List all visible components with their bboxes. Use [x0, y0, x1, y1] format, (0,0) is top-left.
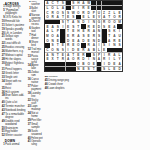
- clue-text: Lawn droplets: [48, 88, 74, 91]
- down-clue-3: 3Ballet skirt: [27, 8, 43, 14]
- across-clue-52: 52Winter coaster: [1, 135, 26, 138]
- clue-text: Pack animal: [5, 144, 26, 147]
- down-clue-48: 48Lawn droplets: [44, 88, 74, 91]
- clue-column-3: 44Suitable45Driving-range peg46Crowd che…: [44, 76, 74, 149]
- clue-column-1: ACROSS1Stage doings5"Pygmalion" playwrig…: [1, 1, 26, 149]
- black-cell: [60, 67, 65, 71]
- letter-cell[interactable]: S: [102, 67, 107, 71]
- down-clue-37: 37Small sample: [27, 124, 43, 130]
- clue-text: Double-reed woodwind: [5, 121, 26, 127]
- clue-text: Street with no outlet: [5, 81, 26, 87]
- clue-text: Operatic song: [31, 141, 43, 147]
- clue-text: Winter coaster: [5, 135, 26, 138]
- clue-text: Poker payment: [31, 86, 43, 92]
- across-clue-47: 47To a remarkable degree: [1, 114, 26, 120]
- clue-column-2: 2Skin soother3Ballet skirt4Narrow openin…: [27, 1, 43, 149]
- clue-text: Laundry line: [31, 93, 43, 99]
- down-clue-39: 39Sushi seaweed: [27, 131, 43, 137]
- clue-text: Trail mix morsel: [31, 49, 43, 55]
- crossword-grid: ACTSSHAWLOLAEIRECROSSWORDPUZZLEORATESELE…: [44, 0, 123, 72]
- down-clue-1: 1Pack animal: [1, 144, 26, 147]
- clue-text: Small sample: [31, 124, 43, 130]
- clue-text: To a remarkable degree: [5, 114, 26, 120]
- down-clue-18: 18Laundry line: [27, 93, 43, 99]
- across-clue-49: 49Double-reed woodwind: [1, 121, 26, 127]
- letter-cell[interactable]: T: [91, 67, 96, 71]
- black-cell: [66, 67, 71, 71]
- clue-column-5: [110, 76, 148, 149]
- letter-cell[interactable]: D: [117, 67, 122, 71]
- clue-column-4: [77, 76, 107, 149]
- clue-text: Ballet skirt: [31, 8, 43, 14]
- crossword-page: { "game": "crossword", "grid": { "rows":…: [0, 0, 150, 150]
- clue-text: Sushi seaweed: [31, 131, 43, 137]
- letter-cell[interactable]: S: [86, 67, 91, 71]
- letter-cell[interactable]: N: [76, 67, 81, 71]
- down-clue-17: 17Poker payment: [27, 86, 43, 92]
- down-clue-41: 41Operatic song: [27, 141, 43, 147]
- black-cell: [50, 67, 55, 71]
- letter-cell[interactable]: E: [112, 67, 117, 71]
- across-clue-34: 34Street with no outlet: [1, 81, 26, 87]
- down-clue-12: 12Trail mix morsel: [27, 49, 43, 55]
